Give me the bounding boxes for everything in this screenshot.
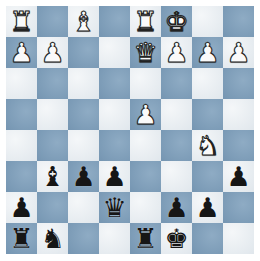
square-a5[interactable] — [223, 130, 254, 161]
square-g7[interactable] — [37, 192, 68, 223]
square-c1[interactable]: ♚ — [161, 6, 192, 37]
square-a4[interactable] — [223, 99, 254, 130]
square-h7[interactable]: ♟ — [6, 192, 37, 223]
square-h8[interactable]: ♜ — [6, 223, 37, 254]
square-e8[interactable] — [99, 223, 130, 254]
square-c8[interactable]: ♚ — [161, 223, 192, 254]
square-b6[interactable] — [192, 161, 223, 192]
square-b7[interactable]: ♟ — [192, 192, 223, 223]
piece-white-pawn[interactable]: ♟ — [226, 37, 250, 68]
piece-white-rook[interactable]: ♜ — [9, 6, 33, 37]
square-d8[interactable]: ♜ — [130, 223, 161, 254]
square-d2[interactable]: ♛ — [130, 37, 161, 68]
square-b4[interactable] — [192, 99, 223, 130]
square-h5[interactable] — [6, 130, 37, 161]
square-h3[interactable] — [6, 68, 37, 99]
square-e2[interactable] — [99, 37, 130, 68]
piece-black-pawn[interactable]: ♟ — [9, 192, 33, 223]
square-a3[interactable] — [223, 68, 254, 99]
square-a6[interactable]: ♟ — [223, 161, 254, 192]
square-f8[interactable] — [68, 223, 99, 254]
square-h6[interactable] — [6, 161, 37, 192]
square-c7[interactable]: ♟ — [161, 192, 192, 223]
square-b5[interactable]: ♞ — [192, 130, 223, 161]
square-c6[interactable] — [161, 161, 192, 192]
square-g8[interactable]: ♞ — [37, 223, 68, 254]
piece-black-rook[interactable]: ♜ — [133, 223, 157, 254]
square-a8[interactable] — [223, 223, 254, 254]
square-d4[interactable]: ♟ — [130, 99, 161, 130]
piece-black-pawn[interactable]: ♟ — [164, 192, 188, 223]
square-a2[interactable]: ♟ — [223, 37, 254, 68]
square-e3[interactable] — [99, 68, 130, 99]
square-d1[interactable]: ♜ — [130, 6, 161, 37]
piece-white-bishop[interactable]: ♝ — [71, 6, 95, 37]
square-f6[interactable]: ♟ — [68, 161, 99, 192]
piece-white-pawn[interactable]: ♟ — [9, 37, 33, 68]
square-c2[interactable]: ♟ — [161, 37, 192, 68]
square-c4[interactable] — [161, 99, 192, 130]
square-d5[interactable] — [130, 130, 161, 161]
piece-black-bishop[interactable]: ♝ — [40, 161, 64, 192]
piece-white-pawn[interactable]: ♟ — [133, 99, 157, 130]
square-f1[interactable]: ♝ — [68, 6, 99, 37]
piece-white-king[interactable]: ♚ — [164, 6, 188, 37]
square-f4[interactable] — [68, 99, 99, 130]
square-e4[interactable] — [99, 99, 130, 130]
piece-white-queen[interactable]: ♛ — [133, 37, 157, 68]
piece-black-pawn[interactable]: ♟ — [102, 161, 126, 192]
square-f7[interactable] — [68, 192, 99, 223]
piece-white-pawn[interactable]: ♟ — [40, 37, 64, 68]
square-c3[interactable] — [161, 68, 192, 99]
square-g3[interactable] — [37, 68, 68, 99]
piece-white-rook[interactable]: ♜ — [133, 6, 157, 37]
square-a1[interactable] — [223, 6, 254, 37]
square-f2[interactable] — [68, 37, 99, 68]
square-e5[interactable] — [99, 130, 130, 161]
square-d3[interactable] — [130, 68, 161, 99]
square-d7[interactable] — [130, 192, 161, 223]
square-e6[interactable]: ♟ — [99, 161, 130, 192]
square-e7[interactable]: ♛ — [99, 192, 130, 223]
square-f3[interactable] — [68, 68, 99, 99]
square-f5[interactable] — [68, 130, 99, 161]
chess-board: ♜♝♜♚♟♟♛♟♟♟♟♞♝♟♟♟♟♛♟♟♜♞♜♚ — [6, 6, 254, 254]
square-g2[interactable]: ♟ — [37, 37, 68, 68]
square-b1[interactable] — [192, 6, 223, 37]
square-b2[interactable]: ♟ — [192, 37, 223, 68]
square-h2[interactable]: ♟ — [6, 37, 37, 68]
piece-white-knight[interactable]: ♞ — [195, 130, 219, 161]
piece-black-pawn[interactable]: ♟ — [195, 192, 219, 223]
square-h1[interactable]: ♜ — [6, 6, 37, 37]
square-a7[interactable] — [223, 192, 254, 223]
piece-white-pawn[interactable]: ♟ — [164, 37, 188, 68]
chess-app-page: ♜♝♜♚♟♟♛♟♟♟♟♞♝♟♟♟♟♛♟♟♜♞♜♚ — [0, 0, 260, 261]
square-g4[interactable] — [37, 99, 68, 130]
piece-black-rook[interactable]: ♜ — [9, 223, 33, 254]
piece-black-knight[interactable]: ♞ — [40, 223, 64, 254]
square-c5[interactable] — [161, 130, 192, 161]
square-g5[interactable] — [37, 130, 68, 161]
piece-black-king[interactable]: ♚ — [164, 223, 188, 254]
square-d6[interactable] — [130, 161, 161, 192]
piece-black-pawn[interactable]: ♟ — [71, 161, 95, 192]
square-b8[interactable] — [192, 223, 223, 254]
piece-white-pawn[interactable]: ♟ — [195, 37, 219, 68]
square-e1[interactable] — [99, 6, 130, 37]
piece-black-queen[interactable]: ♛ — [102, 192, 126, 223]
square-h4[interactable] — [6, 99, 37, 130]
square-g6[interactable]: ♝ — [37, 161, 68, 192]
piece-black-pawn[interactable]: ♟ — [226, 161, 250, 192]
square-g1[interactable] — [37, 6, 68, 37]
square-b3[interactable] — [192, 68, 223, 99]
